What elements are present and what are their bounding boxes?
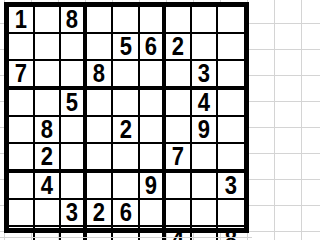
cell-r2c4[interactable] (87, 34, 113, 61)
cell-r2c6[interactable]: 6 (140, 34, 166, 61)
cell-r4c9[interactable] (218, 90, 244, 117)
cell-r4c1[interactable] (9, 90, 35, 117)
cell-r1c8[interactable] (192, 7, 218, 34)
cell-r7c7[interactable] (166, 173, 192, 200)
cell-r6c7[interactable]: 7 (166, 144, 192, 173)
cell-r1c3[interactable]: 8 (61, 7, 87, 34)
cell-r3c3[interactable] (61, 61, 87, 90)
cell-r6c4[interactable] (87, 144, 113, 173)
cell-r7c6[interactable]: 9 (140, 173, 166, 200)
cell-r5c7[interactable] (166, 117, 192, 144)
given-digit: 3 (225, 173, 237, 198)
cell-r2c8[interactable] (192, 34, 218, 61)
cell-r9c6[interactable] (140, 227, 166, 240)
cell-r5c4[interactable] (87, 117, 113, 144)
given-digit: 8 (93, 61, 105, 86)
cell-r3c1[interactable]: 7 (9, 61, 35, 90)
given-digit: 8 (225, 227, 237, 240)
cell-r6c8[interactable] (192, 144, 218, 173)
cell-r2c1[interactable] (9, 34, 35, 61)
cell-r3c8[interactable]: 3 (192, 61, 218, 90)
cell-r5c6[interactable] (140, 117, 166, 144)
given-digit: 9 (144, 173, 156, 198)
given-digit: 5 (66, 90, 78, 115)
given-digit: 8 (66, 7, 78, 32)
cell-r5c1[interactable] (9, 117, 35, 144)
cell-r3c4[interactable]: 8 (87, 61, 113, 90)
cell-r1c6[interactable] (140, 7, 166, 34)
cell-r1c4[interactable] (87, 7, 113, 34)
cell-r9c3[interactable] (61, 227, 87, 240)
cell-r9c9[interactable]: 8 (218, 227, 244, 240)
given-digit: 2 (119, 117, 131, 142)
cell-r8c1[interactable] (9, 200, 35, 227)
cell-r5c9[interactable] (218, 117, 244, 144)
cell-r3c6[interactable] (140, 61, 166, 90)
cell-r7c8[interactable] (192, 173, 218, 200)
cell-r1c5[interactable] (113, 7, 139, 34)
cell-r5c8[interactable]: 9 (192, 117, 218, 144)
given-digit: 7 (15, 61, 27, 86)
cell-r1c2[interactable] (35, 7, 61, 34)
cell-r8c6[interactable] (140, 200, 166, 227)
cell-r7c9[interactable]: 3 (218, 173, 244, 200)
cell-r1c1[interactable]: 1 (9, 7, 35, 34)
given-digit: 8 (41, 117, 53, 142)
given-digit: 2 (93, 200, 105, 225)
given-digit: 5 (119, 34, 131, 59)
given-digit: 2 (41, 144, 53, 169)
cell-r1c7[interactable] (166, 7, 192, 34)
cell-r8c4[interactable]: 2 (87, 200, 113, 227)
cell-r9c7[interactable]: 4 (166, 227, 192, 240)
cell-r4c5[interactable] (113, 90, 139, 117)
sudoku-board: 18562783548292749332648 (4, 2, 249, 233)
cell-r8c9[interactable] (218, 200, 244, 227)
cell-r7c4[interactable] (87, 173, 113, 200)
cell-r4c4[interactable] (87, 90, 113, 117)
given-digit: 6 (119, 200, 131, 225)
cell-r4c8[interactable]: 4 (192, 90, 218, 117)
given-digit: 6 (144, 34, 156, 59)
cell-r1c9[interactable] (218, 7, 244, 34)
given-digit: 3 (198, 61, 210, 86)
given-digit: 7 (172, 144, 184, 169)
given-digit: 3 (66, 200, 78, 225)
cell-r8c2[interactable] (35, 200, 61, 227)
given-digit: 2 (172, 34, 184, 59)
cell-r5c3[interactable] (61, 117, 87, 144)
spreadsheet-gridline (0, 237, 252, 238)
cell-r3c5[interactable] (113, 61, 139, 90)
given-digit: 1 (15, 7, 27, 32)
cell-r4c2[interactable] (35, 90, 61, 117)
cell-r6c3[interactable] (61, 144, 87, 173)
cell-r2c2[interactable] (35, 34, 61, 61)
cell-r3c2[interactable] (35, 61, 61, 90)
cell-r9c8[interactable] (192, 227, 218, 240)
cell-r8c3[interactable]: 3 (61, 200, 87, 227)
cell-r3c9[interactable] (218, 61, 244, 90)
given-digit: 4 (198, 90, 210, 115)
cell-r8c7[interactable] (166, 200, 192, 227)
cell-r7c2[interactable]: 4 (35, 173, 61, 200)
cell-r9c4[interactable] (87, 227, 113, 240)
cell-r5c5[interactable]: 2 (113, 117, 139, 144)
cell-r6c1[interactable] (9, 144, 35, 173)
given-digit: 9 (198, 117, 210, 142)
cell-r2c9[interactable] (218, 34, 244, 61)
given-digit: 4 (41, 173, 53, 198)
given-digit: 4 (172, 227, 184, 240)
cell-r8c8[interactable] (192, 200, 218, 227)
cell-r7c5[interactable] (113, 173, 139, 200)
cell-r9c1[interactable] (9, 227, 35, 240)
cell-r8c5[interactable]: 6 (113, 200, 139, 227)
cell-r6c2[interactable]: 2 (35, 144, 61, 173)
cell-r2c7[interactable]: 2 (166, 34, 192, 61)
cell-r7c3[interactable] (61, 173, 87, 200)
cell-r2c3[interactable] (61, 34, 87, 61)
cell-r6c6[interactable] (140, 144, 166, 173)
cell-r4c7[interactable] (166, 90, 192, 117)
cell-r5c2[interactable]: 8 (35, 117, 61, 144)
cell-r9c2[interactable] (35, 227, 61, 240)
cell-r3c7[interactable] (166, 61, 192, 90)
cell-r7c1[interactable] (9, 173, 35, 200)
cell-r2c5[interactable]: 5 (113, 34, 139, 61)
cell-r6c5[interactable] (113, 144, 139, 173)
cell-r4c3[interactable]: 5 (61, 90, 87, 117)
cell-r6c9[interactable] (218, 144, 244, 173)
cell-r4c6[interactable] (140, 90, 166, 117)
cell-r9c5[interactable] (113, 227, 139, 240)
